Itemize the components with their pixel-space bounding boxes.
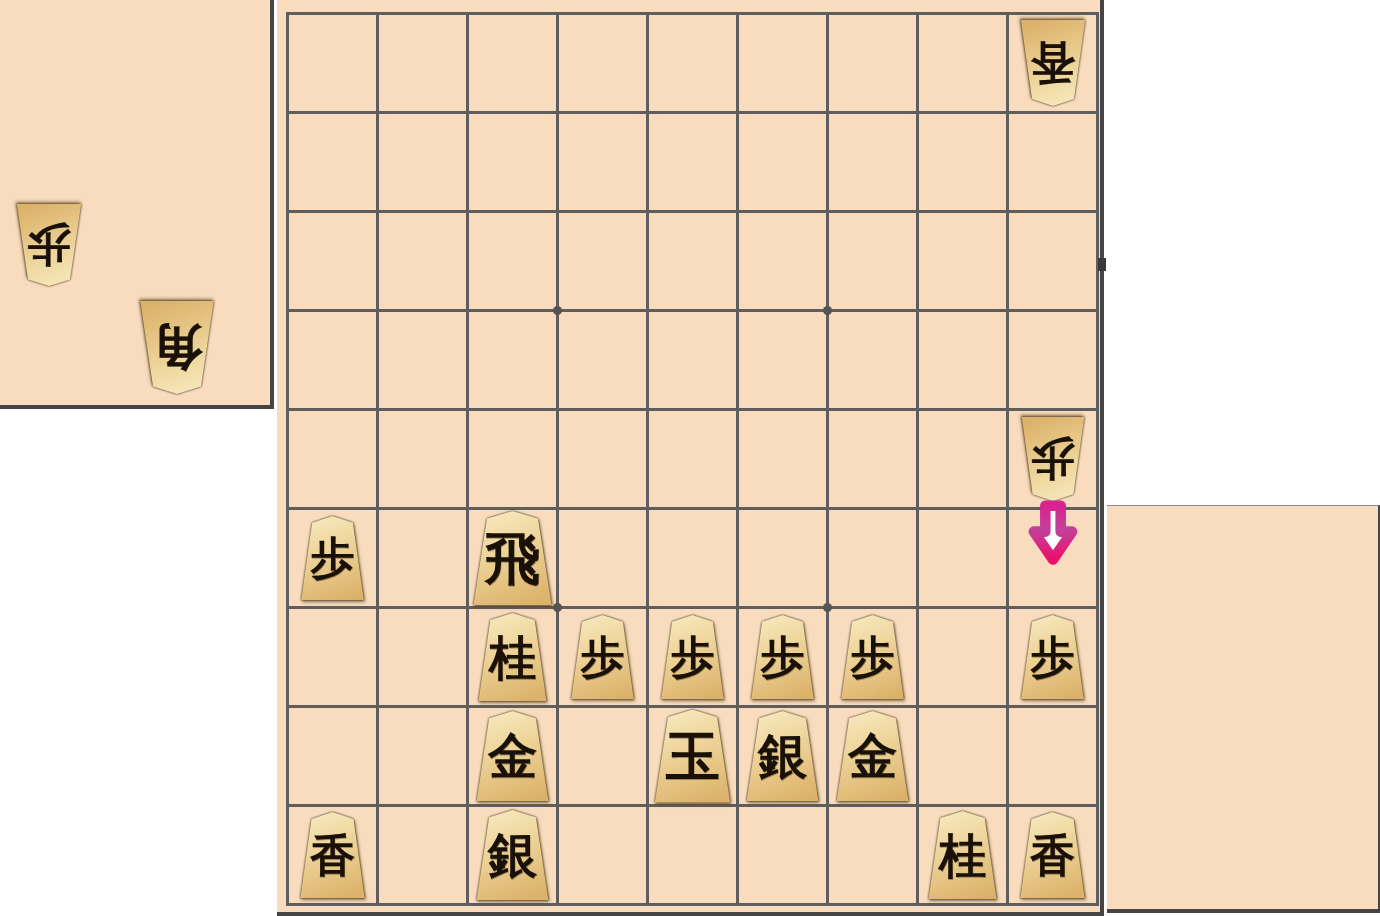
board-square-9d[interactable] — [289, 312, 376, 408]
star-point — [823, 306, 832, 315]
piece-kanji: 銀 — [488, 831, 537, 880]
piece-body: 歩 — [569, 615, 637, 699]
board-square-8h[interactable] — [379, 708, 466, 804]
board-square-6h[interactable] — [559, 708, 646, 804]
board-square-9h[interactable] — [289, 708, 376, 804]
shogi-piece-pawn-black[interactable]: 歩 — [749, 615, 817, 699]
piece-kanji: 桂 — [489, 634, 536, 681]
board-square-5g[interactable]: 歩 — [649, 609, 736, 705]
shogi-piece-lance-black[interactable]: 香 — [1018, 812, 1088, 898]
board-square-2f[interactable] — [919, 510, 1006, 606]
board-square-7c[interactable] — [469, 213, 556, 309]
star-point — [553, 306, 562, 315]
board-square-4e[interactable] — [739, 411, 826, 507]
board-square-8d[interactable] — [379, 312, 466, 408]
shogi-piece-pawn-black[interactable]: 歩 — [1019, 615, 1087, 699]
board-edge-notch — [1098, 258, 1106, 271]
board-square-6a[interactable] — [559, 15, 646, 111]
piece-kanji: 歩 — [311, 536, 355, 580]
board-square-2d[interactable] — [919, 312, 1006, 408]
board-square-7b[interactable] — [469, 114, 556, 210]
piece-kanji: 香 — [310, 833, 355, 878]
board-square-8f[interactable] — [379, 510, 466, 606]
piece-body: 桂 — [926, 811, 1000, 899]
shogi-piece-pawn-black[interactable]: 歩 — [659, 615, 727, 699]
board-square-9e[interactable] — [289, 411, 376, 507]
piece-body: 桂 — [476, 613, 550, 701]
board-square-8g[interactable] — [379, 609, 466, 705]
shogi-piece-gold-black[interactable]: 金 — [834, 711, 912, 801]
board-square-8b[interactable] — [379, 114, 466, 210]
piece-kanji: 角 — [152, 323, 202, 373]
board-square-3f[interactable] — [829, 510, 916, 606]
piece-body: 歩 — [659, 615, 727, 699]
piece-kanji: 歩 — [1031, 635, 1075, 679]
piece-kanji: 歩 — [1031, 437, 1075, 481]
board-square-5b[interactable] — [649, 114, 736, 210]
board-square-6b[interactable] — [559, 114, 646, 210]
board-square-3i[interactable] — [829, 807, 916, 903]
board-square-8c[interactable] — [379, 213, 466, 309]
board-square-3d[interactable] — [829, 312, 916, 408]
board-square-4h[interactable]: 銀 — [739, 708, 826, 804]
board-square-3e[interactable] — [829, 411, 916, 507]
board-square-2b[interactable] — [919, 114, 1006, 210]
board-square-2g[interactable] — [919, 609, 1006, 705]
board-square-7d[interactable] — [469, 312, 556, 408]
shogi-piece-lance-black[interactable]: 香 — [298, 812, 368, 898]
piece-body: 歩 — [839, 615, 907, 699]
shogi-piece-silver-black[interactable]: 銀 — [474, 810, 552, 900]
piece-body: 金 — [834, 711, 912, 801]
board-square-2h[interactable] — [919, 708, 1006, 804]
board-square-4g[interactable]: 歩 — [739, 609, 826, 705]
board-square-2e[interactable] — [919, 411, 1006, 507]
board-square-6c[interactable] — [559, 213, 646, 309]
board-square-4c[interactable] — [739, 213, 826, 309]
hand-piece-bishop-white[interactable]: 角 — [137, 301, 217, 394]
board-square-3c[interactable] — [829, 213, 916, 309]
shogi-piece-pawn-black[interactable]: 歩 — [569, 615, 637, 699]
board-square-2a[interactable] — [919, 15, 1006, 111]
piece-kanji: 歩 — [761, 635, 805, 679]
piece-body: 銀 — [744, 711, 822, 801]
piece-body: 玉 — [652, 710, 734, 803]
board-square-7g[interactable]: 桂 — [469, 609, 556, 705]
move-arrow-down — [1026, 499, 1080, 574]
board-square-7h[interactable]: 金 — [469, 708, 556, 804]
board-square-6f[interactable] — [559, 510, 646, 606]
piece-kanji: 香 — [1030, 833, 1075, 878]
board-square-6i[interactable] — [559, 807, 646, 903]
board-square-7i[interactable]: 銀 — [469, 807, 556, 903]
shogi-app: 歩角 香歩歩飛桂歩歩歩歩歩金玉銀金香銀桂香 — [0, 0, 1380, 916]
board-square-1c[interactable] — [1009, 213, 1096, 309]
board-square-1d[interactable] — [1009, 312, 1096, 408]
board-square-2c[interactable] — [919, 213, 1006, 309]
piece-body: 角 — [137, 301, 217, 394]
board-square-9g[interactable] — [289, 609, 376, 705]
shogi-piece-pawn-black[interactable]: 歩 — [839, 615, 907, 699]
board-square-7f[interactable]: 飛 — [469, 510, 556, 606]
board-square-7a[interactable] — [469, 15, 556, 111]
piece-body: 歩 — [299, 516, 367, 600]
board-square-3b[interactable] — [829, 114, 916, 210]
piece-body: 歩 — [1019, 417, 1087, 501]
board-square-5a[interactable] — [649, 15, 736, 111]
board-grid: 香歩歩飛桂歩歩歩歩歩金玉銀金香銀桂香 — [286, 12, 1099, 906]
shogi-piece-silver-black[interactable]: 銀 — [744, 711, 822, 801]
shogi-piece-king-black[interactable]: 玉 — [652, 710, 734, 803]
shogi-board: 香歩歩飛桂歩歩歩歩歩金玉銀金香銀桂香 — [277, 0, 1104, 916]
piece-body: 飛 — [470, 511, 555, 605]
board-square-9c[interactable] — [289, 213, 376, 309]
piece-body: 香 — [298, 812, 368, 898]
piece-kanji: 歩 — [581, 635, 625, 679]
piece-kanji: 歩 — [671, 635, 715, 679]
piece-body: 銀 — [474, 810, 552, 900]
piece-kanji: 玉 — [666, 729, 720, 783]
board-square-4a[interactable] — [739, 15, 826, 111]
board-square-9a[interactable] — [289, 15, 376, 111]
board-square-5d[interactable] — [649, 312, 736, 408]
piece-kanji: 香 — [1030, 41, 1075, 86]
piece-kanji: 銀 — [758, 732, 807, 781]
piece-body: 金 — [474, 711, 552, 801]
board-square-5c[interactable] — [649, 213, 736, 309]
shogi-piece-rook-black[interactable]: 飛 — [470, 511, 555, 605]
board-square-8a[interactable] — [379, 15, 466, 111]
board-square-3a[interactable] — [829, 15, 916, 111]
hand-piece-pawn-white[interactable]: 歩 — [14, 204, 84, 286]
piece-kanji: 金 — [488, 732, 537, 781]
board-square-8i[interactable] — [379, 807, 466, 903]
piece-body: 歩 — [749, 615, 817, 699]
piece-body: 香 — [1018, 812, 1088, 898]
board-square-2i[interactable]: 桂 — [919, 807, 1006, 903]
board-square-5f[interactable] — [649, 510, 736, 606]
board-square-5h[interactable]: 玉 — [649, 708, 736, 804]
board-square-5e[interactable] — [649, 411, 736, 507]
star-point — [823, 603, 832, 612]
board-square-3g[interactable]: 歩 — [829, 609, 916, 705]
board-square-1i[interactable]: 香 — [1009, 807, 1096, 903]
board-square-9b[interactable] — [289, 114, 376, 210]
shogi-piece-pawn-white[interactable]: 歩 — [1019, 417, 1087, 501]
board-square-3h[interactable]: 金 — [829, 708, 916, 804]
shogi-piece-knight-black[interactable]: 桂 — [926, 811, 1000, 899]
shogi-piece-lance-white[interactable]: 香 — [1018, 20, 1088, 106]
piece-body: 香 — [1018, 20, 1088, 106]
piece-body: 歩 — [1019, 615, 1087, 699]
board-square-1a[interactable]: 香 — [1009, 15, 1096, 111]
board-square-1b[interactable] — [1009, 114, 1096, 210]
board-square-1g[interactable]: 歩 — [1009, 609, 1096, 705]
piece-kanji: 歩 — [851, 635, 895, 679]
piece-body: 歩 — [14, 204, 84, 286]
black-hand-tray — [1107, 505, 1380, 913]
shogi-piece-pawn-black[interactable]: 歩 — [299, 516, 367, 600]
board-square-7e[interactable] — [469, 411, 556, 507]
board-square-4i[interactable] — [739, 807, 826, 903]
white-hand-tray: 歩角 — [0, 0, 274, 409]
board-square-9f[interactable]: 歩 — [289, 510, 376, 606]
board-square-4b[interactable] — [739, 114, 826, 210]
board-square-4f[interactable] — [739, 510, 826, 606]
piece-kanji: 歩 — [27, 223, 71, 267]
board-square-6g[interactable]: 歩 — [559, 609, 646, 705]
shogi-piece-gold-black[interactable]: 金 — [474, 711, 552, 801]
board-square-6e[interactable] — [559, 411, 646, 507]
board-square-9i[interactable]: 香 — [289, 807, 376, 903]
board-square-1e[interactable]: 歩 — [1009, 411, 1096, 507]
board-square-1h[interactable] — [1009, 708, 1096, 804]
board-square-4d[interactable] — [739, 312, 826, 408]
piece-kanji: 桂 — [939, 832, 986, 879]
piece-kanji: 飛 — [485, 530, 541, 586]
board-square-5i[interactable] — [649, 807, 736, 903]
shogi-piece-knight-black[interactable]: 桂 — [476, 613, 550, 701]
board-square-6d[interactable] — [559, 312, 646, 408]
board-square-8e[interactable] — [379, 411, 466, 507]
piece-kanji: 金 — [848, 732, 897, 781]
board-square-1f[interactable] — [1009, 510, 1096, 606]
